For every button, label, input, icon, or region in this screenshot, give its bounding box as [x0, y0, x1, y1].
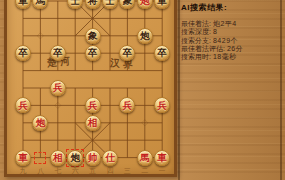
ai-result-search-depth: 搜索深度:8: [181, 28, 283, 36]
file-label: 五: [84, 167, 101, 176]
xiangqi-app-window: 楚河 汉界 九八七六五四三二一 車馬士将士象炮車象炮卒卒卒卒卒兵兵兵兵兵炮相車相…: [0, 0, 285, 180]
piece-black[interactable]: 士: [102, 0, 118, 9]
piece-black[interactable]: 卒: [50, 45, 66, 61]
file-label: 二: [136, 167, 153, 176]
piece-black[interactable]: 馬: [32, 0, 48, 9]
ai-panel-results: 最佳着法:炮2平4 搜索深度:8 搜索分支:8429个 最佳着法评估:26分 搜…: [181, 20, 283, 61]
piece-black[interactable]: 象: [85, 28, 101, 44]
piece-black[interactable]: 士: [67, 0, 83, 9]
piece-red[interactable]: 馬: [137, 150, 153, 166]
piece-layer: 車馬士将士象炮車象炮卒卒卒卒卒兵兵兵兵兵炮相車相炮帅仕馬車: [14, 0, 171, 166]
file-label: 四: [101, 167, 118, 176]
file-coordinate-labels: 九八七六五四三二一: [14, 167, 171, 176]
piece-black[interactable]: 炮: [137, 28, 153, 44]
piece-red[interactable]: 相: [50, 150, 66, 166]
ai-search-panel: AI搜索结果: 最佳着法:炮2平4 搜索深度:8 搜索分支:8429个 最佳着法…: [181, 2, 283, 61]
piece-red[interactable]: 炮: [137, 0, 153, 9]
file-label: 八: [32, 167, 49, 176]
ai-panel-title: AI搜索结果:: [181, 2, 283, 13]
ai-result-search-branches: 搜索分支:8429个: [181, 37, 283, 45]
file-label: 三: [119, 167, 136, 176]
piece-red[interactable]: 兵: [154, 97, 170, 113]
piece-black[interactable]: 卒: [154, 45, 170, 61]
file-label: 六: [66, 167, 83, 176]
piece-red[interactable]: 炮: [32, 115, 48, 131]
piece-red[interactable]: 兵: [85, 97, 101, 113]
piece-black[interactable]: 卒: [119, 45, 135, 61]
file-label: 七: [49, 167, 66, 176]
piece-red[interactable]: 相: [85, 115, 101, 131]
piece-red[interactable]: 兵: [50, 80, 66, 96]
piece-black[interactable]: 卒: [15, 45, 31, 61]
piece-black[interactable]: 卒: [85, 45, 101, 61]
piece-red[interactable]: 車: [15, 150, 31, 166]
file-label: 一: [153, 167, 170, 176]
piece-black[interactable]: 車: [154, 0, 170, 9]
file-label: 九: [14, 167, 31, 176]
piece-black[interactable]: 象: [119, 0, 135, 9]
piece-red[interactable]: 帅: [85, 150, 101, 166]
piece-red[interactable]: 兵: [15, 97, 31, 113]
piece-black[interactable]: 車: [15, 0, 31, 9]
piece-red[interactable]: 仕: [102, 150, 118, 166]
piece-red[interactable]: 車: [154, 150, 170, 166]
piece-red[interactable]: 兵: [119, 97, 135, 113]
piece-black[interactable]: 将: [85, 0, 101, 9]
ai-result-move-evaluation: 最佳着法评估:26分: [181, 45, 283, 53]
piece-black[interactable]: 炮: [67, 150, 83, 166]
ai-result-best-move: 最佳着法:炮2平4: [181, 20, 283, 28]
ai-result-search-time: 搜索用时:18毫秒: [181, 53, 283, 61]
